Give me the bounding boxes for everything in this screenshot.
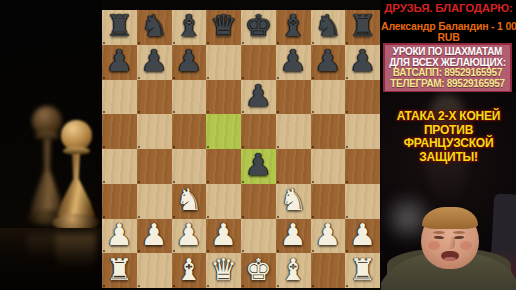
donation-header: ДРУЗЬЯ. БЛАГОДАРЮ:	[381, 2, 516, 14]
square-f3[interactable]: ♞	[276, 184, 311, 219]
square-a5[interactable]	[102, 114, 137, 149]
piece-white-queen-d1[interactable]: ♛	[210, 255, 237, 285]
piece-white-rook-h1[interactable]: ♜	[349, 255, 376, 285]
streamer-cheek	[460, 241, 472, 250]
piece-black-knight-b8[interactable]: ♞	[141, 11, 168, 41]
square-g4[interactable]	[311, 149, 346, 184]
piece-black-queen-d8[interactable]: ♛	[210, 11, 237, 41]
square-h1[interactable]: ♜	[345, 253, 380, 288]
square-h8[interactable]: ♜	[345, 10, 380, 45]
square-g7[interactable]: ♟	[311, 45, 346, 80]
square-b4[interactable]	[137, 149, 172, 184]
donation-currency: RUB	[381, 31, 516, 43]
streamer-mouth	[441, 251, 459, 261]
chess-board: ♜♞♝♛♚♝♞♜♟♟♟♟♟♟♟♟♞♞♟♟♟♟♟♟♟♜♝♛♚♝♜	[102, 10, 380, 288]
square-a3[interactable]	[102, 184, 137, 219]
square-c6[interactable]	[172, 80, 207, 115]
lessons-telegram: ТЕЛЕГРАМ: 89529165957	[385, 79, 510, 90]
square-g1[interactable]	[311, 253, 346, 288]
streamer-face	[421, 209, 479, 269]
square-b2[interactable]: ♟	[137, 219, 172, 254]
square-a1[interactable]: ♜	[102, 253, 137, 288]
lessons-ad-box: УРОКИ ПО ШАХМАТАМ ДЛЯ ВСЕХ ЖЕЛАЮЩИХ: ВАТ…	[383, 43, 512, 93]
piece-black-bishop-f8[interactable]: ♝	[280, 11, 307, 41]
episode-title-line-1: АТАКА 2-Х КОНЕЙ	[381, 110, 516, 124]
square-h4[interactable]	[345, 149, 380, 184]
square-d3[interactable]	[206, 184, 241, 219]
square-a6[interactable]	[102, 80, 137, 115]
streamer-lip	[444, 257, 456, 261]
square-f1[interactable]: ♝	[276, 253, 311, 288]
square-f8[interactable]: ♝	[276, 10, 311, 45]
square-d8[interactable]: ♛	[206, 10, 241, 45]
piece-black-rook-h8[interactable]: ♜	[349, 11, 376, 41]
pawn-reflection	[56, 234, 96, 268]
webcam-view	[381, 190, 516, 290]
square-g8[interactable]: ♞	[311, 10, 346, 45]
square-h2[interactable]: ♟	[345, 219, 380, 254]
streamer-hair	[422, 207, 478, 229]
square-g6[interactable]	[311, 80, 346, 115]
streamer-eye	[434, 236, 444, 240]
episode-title-line-2: ПРОТИВ	[381, 124, 516, 138]
square-h7[interactable]: ♟	[345, 45, 380, 80]
decor-pawn-body	[57, 154, 95, 216]
episode-title-line-3: ФРАНЦУЗСКОЙ	[381, 137, 516, 151]
piece-black-bishop-c8[interactable]: ♝	[175, 11, 202, 41]
piece-black-pawn-f7[interactable]: ♟	[280, 46, 307, 76]
background-chess-scene	[0, 0, 102, 290]
square-e4[interactable]: ♟	[241, 149, 276, 184]
square-g2[interactable]: ♟	[311, 219, 346, 254]
piece-black-knight-g8[interactable]: ♞	[314, 11, 341, 41]
square-f5[interactable]	[276, 114, 311, 149]
piece-white-pawn-f2[interactable]: ♟	[280, 220, 307, 250]
piece-white-bishop-c1[interactable]: ♝	[175, 255, 202, 285]
square-c5[interactable]	[172, 114, 207, 149]
piece-black-pawn-h7[interactable]: ♟	[349, 46, 376, 76]
square-h5[interactable]	[345, 114, 380, 149]
piece-black-pawn-e6[interactable]: ♟	[245, 81, 272, 111]
square-c8[interactable]: ♝	[172, 10, 207, 45]
piece-black-pawn-b7[interactable]: ♟	[141, 46, 168, 76]
square-c1[interactable]: ♝	[172, 253, 207, 288]
square-d5[interactable]	[206, 114, 241, 149]
piece-white-pawn-g2[interactable]: ♟	[314, 220, 341, 250]
piece-black-pawn-c7[interactable]: ♟	[175, 46, 202, 76]
square-b8[interactable]: ♞	[137, 10, 172, 45]
square-c7[interactable]: ♟	[172, 45, 207, 80]
piece-white-rook-a1[interactable]: ♜	[106, 255, 133, 285]
lessons-whatsapp: ВАТСАПП: 89529165957	[385, 68, 510, 79]
square-a4[interactable]	[102, 149, 137, 184]
overlay-panel: ДРУЗЬЯ. БЛАГОДАРЮ: Александр Баландин - …	[381, 0, 516, 290]
square-b3[interactable]	[137, 184, 172, 219]
piece-white-king-e1[interactable]: ♚	[245, 255, 272, 285]
piece-black-pawn-g7[interactable]: ♟	[314, 46, 341, 76]
square-a2[interactable]: ♟	[102, 219, 137, 254]
square-b6[interactable]	[137, 80, 172, 115]
streamer-eye	[454, 236, 464, 240]
square-c2[interactable]: ♟	[172, 219, 207, 254]
square-d7[interactable]	[206, 45, 241, 80]
square-e6[interactable]: ♟	[241, 80, 276, 115]
streamer-nose	[446, 236, 455, 249]
piece-white-knight-c3[interactable]: ♞	[175, 185, 202, 215]
episode-title-line-4: ЗАЩИТЫ!	[381, 151, 516, 165]
piece-white-pawn-b2[interactable]: ♟	[141, 220, 168, 250]
square-e2[interactable]	[241, 219, 276, 254]
square-e1[interactable]: ♚	[241, 253, 276, 288]
square-h6[interactable]	[345, 80, 380, 115]
lessons-line-1: УРОКИ ПО ШАХМАТАМ	[385, 47, 510, 58]
square-b7[interactable]: ♟	[137, 45, 172, 80]
piece-black-pawn-e4[interactable]: ♟	[245, 150, 272, 180]
streamer-cheek	[428, 241, 440, 250]
pawn-reflection	[27, 234, 59, 260]
piece-black-pawn-a7[interactable]: ♟	[106, 46, 133, 76]
piece-white-pawn-c2[interactable]: ♟	[175, 220, 202, 250]
square-f4[interactable]	[276, 149, 311, 184]
piece-black-king-e8[interactable]: ♚	[245, 11, 272, 41]
square-g3[interactable]	[311, 184, 346, 219]
square-a7[interactable]: ♟	[102, 45, 137, 80]
piece-white-bishop-f1[interactable]: ♝	[280, 255, 307, 285]
square-e5[interactable]	[241, 114, 276, 149]
square-e3[interactable]	[241, 184, 276, 219]
streamer-eyebrow	[453, 231, 465, 234]
square-f7[interactable]: ♟	[276, 45, 311, 80]
streamer-eyebrow	[433, 231, 445, 234]
webcam-video-area: АТАКА 2-Х КОНЕЙ ПРОТИВ ФРАНЦУЗСКОЙ ЗАЩИТ…	[381, 92, 516, 290]
square-e8[interactable]: ♚	[241, 10, 276, 45]
square-a8[interactable]: ♜	[102, 10, 137, 45]
square-f6[interactable]	[276, 80, 311, 115]
piece-white-pawn-a2[interactable]: ♟	[106, 220, 133, 250]
episode-title: АТАКА 2-Х КОНЕЙ ПРОТИВ ФРАНЦУЗСКОЙ ЗАЩИТ…	[381, 110, 516, 164]
square-h3[interactable]	[345, 184, 380, 219]
piece-white-pawn-h2[interactable]: ♟	[349, 220, 376, 250]
piece-white-knight-f3[interactable]: ♞	[280, 185, 307, 215]
piece-black-rook-a8[interactable]: ♜	[106, 11, 133, 41]
square-d4[interactable]	[206, 149, 241, 184]
decor-pawn-collar	[63, 147, 90, 155]
stream-frame: ♜♞♝♛♚♝♞♜♟♟♟♟♟♟♟♟♞♞♟♟♟♟♟♟♟♜♝♛♚♝♜ ДРУЗЬЯ. …	[0, 0, 516, 290]
decor-pawn-front	[50, 120, 102, 238]
square-d1[interactable]: ♛	[206, 253, 241, 288]
square-d6[interactable]	[206, 80, 241, 115]
square-g5[interactable]	[311, 114, 346, 149]
square-c4[interactable]	[172, 149, 207, 184]
square-c3[interactable]: ♞	[172, 184, 207, 219]
piece-white-pawn-d2[interactable]: ♟	[210, 220, 237, 250]
square-b5[interactable]	[137, 114, 172, 149]
square-e7[interactable]	[241, 45, 276, 80]
square-b1[interactable]	[137, 253, 172, 288]
square-d2[interactable]: ♟	[206, 219, 241, 254]
square-f2[interactable]: ♟	[276, 219, 311, 254]
